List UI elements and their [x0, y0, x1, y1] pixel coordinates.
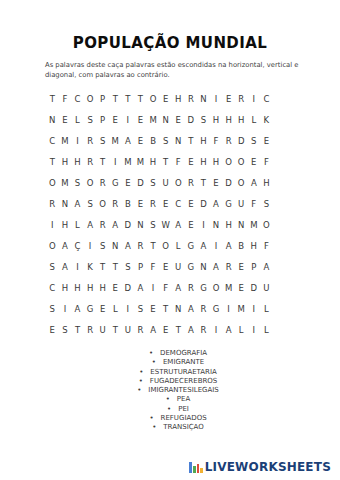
word-label: IMIGRANTESILEGAIS: [148, 386, 218, 394]
grid-cell[interactable]: I: [122, 298, 135, 319]
grid-cell[interactable]: D: [235, 130, 248, 151]
grid-cell[interactable]: A: [122, 130, 135, 151]
grid-cell[interactable]: D: [122, 277, 135, 298]
grid-cell[interactable]: T: [172, 319, 185, 340]
grid-cell[interactable]: R: [197, 298, 210, 319]
grid-cell[interactable]: R: [84, 130, 97, 151]
grid-cell[interactable]: I: [84, 235, 97, 256]
grid-cell[interactable]: A: [210, 193, 223, 214]
grid-cell[interactable]: E: [147, 298, 160, 319]
word-label: TRANSIÇAO: [163, 423, 203, 431]
word-search-grid: TFCOPTTTOEHRNIERICNELSPEIEMNEDSHHHLKCMIR…: [46, 88, 273, 340]
grid-cell[interactable]: T: [134, 88, 147, 109]
grid-cell[interactable]: L: [248, 109, 261, 130]
grid-cell[interactable]: R: [109, 193, 122, 214]
grid-cell[interactable]: S: [134, 298, 147, 319]
grid-cell[interactable]: M: [235, 298, 248, 319]
grid-cell[interactable]: A: [134, 277, 147, 298]
word-label: PEI: [178, 405, 189, 413]
grid-cell[interactable]: I: [109, 151, 122, 172]
brand-name: LIVEWORKSHEETS: [205, 460, 331, 474]
grid-cell[interactable]: T: [159, 151, 172, 172]
grid-cell[interactable]: E: [248, 151, 261, 172]
bullet-icon: •: [137, 386, 141, 395]
grid-cell[interactable]: N: [172, 130, 185, 151]
grid-cell[interactable]: H: [59, 214, 72, 235]
bullet-icon: •: [166, 395, 170, 404]
grid-cell[interactable]: E: [159, 193, 172, 214]
bullet-icon: •: [149, 349, 153, 358]
grid-cell[interactable]: H: [197, 130, 210, 151]
grid-cell[interactable]: S: [59, 319, 72, 340]
grid-cell[interactable]: A: [222, 319, 235, 340]
grid-cell[interactable]: F: [210, 130, 223, 151]
word-label: EMIGRANTE: [163, 358, 204, 366]
grid-cell[interactable]: P: [134, 256, 147, 277]
grid-cell[interactable]: I: [222, 298, 235, 319]
grid-cell[interactable]: O: [96, 193, 109, 214]
grid-cell[interactable]: I: [122, 109, 135, 130]
grid-cell[interactable]: R: [134, 319, 147, 340]
grid-cell[interactable]: A: [172, 214, 185, 235]
grid-cell[interactable]: L: [71, 109, 84, 130]
grid-cell[interactable]: H: [210, 151, 223, 172]
word-label: FUGADECEREBROS: [150, 377, 217, 385]
grid-cell[interactable]: R: [235, 88, 248, 109]
grid-cell[interactable]: S: [96, 235, 109, 256]
grid-cell[interactable]: I: [248, 319, 261, 340]
grid-cell[interactable]: E: [185, 151, 198, 172]
grid-cell[interactable]: S: [84, 193, 97, 214]
grid-cell[interactable]: A: [248, 172, 261, 193]
grid-cell[interactable]: C: [260, 88, 273, 109]
bullet-icon: •: [139, 377, 143, 386]
grid-cell[interactable]: E: [134, 193, 147, 214]
grid-cell[interactable]: E: [159, 319, 172, 340]
grid-cell[interactable]: H: [248, 235, 261, 256]
grid-cell[interactable]: D: [122, 214, 135, 235]
grid-cell[interactable]: T: [185, 130, 198, 151]
grid-cell[interactable]: S: [46, 256, 59, 277]
grid-cell[interactable]: R: [185, 277, 198, 298]
grid-cell[interactable]: P: [96, 109, 109, 130]
grid-cell[interactable]: E: [122, 172, 135, 193]
grid-cell[interactable]: T: [109, 256, 122, 277]
word-label: REFUGIADOS: [161, 414, 207, 422]
grid-cell[interactable]: C: [46, 130, 59, 151]
grid-cell[interactable]: L: [109, 298, 122, 319]
grid-cell[interactable]: K: [84, 256, 97, 277]
grid-cell[interactable]: M: [59, 130, 72, 151]
grid-cell[interactable]: G: [197, 277, 210, 298]
grid-cell[interactable]: A: [59, 235, 72, 256]
grid-cell[interactable]: T: [46, 151, 59, 172]
grid-cell[interactable]: A: [109, 214, 122, 235]
worksheet-page: POPULAÇÃO MUNDIAL As palavras deste caça…: [0, 0, 340, 480]
grid-cell[interactable]: H: [71, 151, 84, 172]
grid-cell[interactable]: O: [84, 88, 97, 109]
grid-cell[interactable]: N: [109, 235, 122, 256]
grid-cell[interactable]: T: [122, 88, 135, 109]
grid-cell[interactable]: E: [172, 109, 185, 130]
grid-cell[interactable]: G: [222, 193, 235, 214]
grid-cell[interactable]: T: [96, 151, 109, 172]
grid-cell[interactable]: G: [185, 256, 198, 277]
word-list-item: •IMIGRANTESILEGAIS: [8, 386, 340, 395]
grid-cell[interactable]: S: [71, 172, 84, 193]
grid-cell[interactable]: H: [197, 151, 210, 172]
grid-cell[interactable]: W: [159, 214, 172, 235]
grid-cell[interactable]: F: [260, 235, 273, 256]
word-label: ESTRUTURAETARIA: [150, 368, 217, 376]
brand-link[interactable]: LIVEWORKSHEETS: [189, 460, 331, 474]
instructions-text: As palavras deste caça palavras estão es…: [45, 61, 323, 80]
grid-cell[interactable]: N: [59, 193, 72, 214]
grid-cell[interactable]: A: [185, 319, 198, 340]
grid-cell[interactable]: A: [197, 235, 210, 256]
grid-cell[interactable]: I: [210, 319, 223, 340]
grid-cell[interactable]: U: [235, 193, 248, 214]
grid-cell[interactable]: M: [222, 277, 235, 298]
grid-cell[interactable]: A: [222, 235, 235, 256]
word-label: DEMOGRAFIA: [160, 349, 207, 357]
grid-cell[interactable]: O: [222, 151, 235, 172]
grid-cell[interactable]: I: [46, 214, 59, 235]
grid-cell[interactable]: O: [235, 172, 248, 193]
grid-cell[interactable]: B: [147, 130, 160, 151]
grid-cell[interactable]: E: [185, 193, 198, 214]
grid-cell[interactable]: N: [210, 214, 223, 235]
word-list-item: •DEMOGRAFIA: [8, 349, 340, 358]
grid-cell[interactable]: R: [96, 214, 109, 235]
grid-cell[interactable]: F: [172, 151, 185, 172]
grid-cell[interactable]: E: [222, 88, 235, 109]
grid-cell[interactable]: H: [96, 277, 109, 298]
grid-cell[interactable]: N: [197, 88, 210, 109]
grid-cell[interactable]: G: [109, 172, 122, 193]
grid-cell[interactable]: U: [172, 256, 185, 277]
grid-cell[interactable]: S: [248, 130, 261, 151]
grid-cell[interactable]: D: [134, 172, 147, 193]
grid-cell[interactable]: S: [46, 298, 59, 319]
grid-cell[interactable]: I: [71, 256, 84, 277]
grid-cell[interactable]: B: [122, 193, 135, 214]
bullet-icon: •: [139, 368, 143, 377]
grid-cell[interactable]: E: [185, 214, 198, 235]
grid-cell[interactable]: F: [260, 151, 273, 172]
grid-cell[interactable]: T: [46, 88, 59, 109]
grid-cell[interactable]: I: [71, 130, 84, 151]
grid-cell[interactable]: A: [210, 256, 223, 277]
word-list-item: •ESTRUTURAETARIA: [8, 368, 340, 377]
grid-cell[interactable]: Ç: [71, 235, 84, 256]
grid-cell[interactable]: E: [109, 277, 122, 298]
grid-cell[interactable]: E: [260, 130, 273, 151]
grid-cell[interactable]: T: [159, 298, 172, 319]
grid-cell[interactable]: N: [134, 214, 147, 235]
grid-cell[interactable]: G: [84, 298, 97, 319]
grid-cell[interactable]: M: [147, 109, 160, 130]
grid-cell[interactable]: P: [96, 88, 109, 109]
logo-bar: [189, 462, 192, 473]
grid-cell[interactable]: A: [84, 214, 97, 235]
grid-cell[interactable]: E: [235, 277, 248, 298]
grid-cell[interactable]: R: [222, 130, 235, 151]
grid-cell[interactable]: M: [59, 172, 72, 193]
grid-cell[interactable]: E: [59, 109, 72, 130]
grid-cell[interactable]: H: [222, 109, 235, 130]
grid-cell[interactable]: A: [260, 256, 273, 277]
grid-cell[interactable]: M: [109, 130, 122, 151]
grid-cell[interactable]: R: [197, 319, 210, 340]
bullet-icon: •: [152, 358, 156, 367]
word-label: PEA: [177, 395, 190, 403]
grid-cell[interactable]: U: [159, 172, 172, 193]
grid-cell[interactable]: D: [248, 277, 261, 298]
grid-cell[interactable]: C: [71, 88, 84, 109]
grid-cell[interactable]: I: [210, 88, 223, 109]
word-list-item: •PEI: [8, 405, 340, 414]
grid-cell[interactable]: R: [222, 256, 235, 277]
grid-cell[interactable]: O: [159, 235, 172, 256]
grid-cell[interactable]: H: [59, 277, 72, 298]
grid-cell[interactable]: E: [109, 109, 122, 130]
grid-cell[interactable]: R: [134, 235, 147, 256]
grid-cell[interactable]: I: [147, 277, 160, 298]
word-list-item: •REFUGIADOS: [8, 414, 340, 423]
grid-cell[interactable]: T: [96, 256, 109, 277]
bullet-icon: •: [167, 405, 171, 414]
word-list: •DEMOGRAFIA•EMIGRANTE•ESTRUTURAETARIA•FU…: [8, 349, 340, 433]
grid-cell[interactable]: E: [210, 172, 223, 193]
grid-cell[interactable]: C: [46, 277, 59, 298]
grid-cell[interactable]: S: [122, 256, 135, 277]
grid-cell[interactable]: N: [159, 109, 172, 130]
grid-cell[interactable]: S: [197, 109, 210, 130]
grid-cell[interactable]: N: [46, 109, 59, 130]
grid-cell[interactable]: E: [159, 256, 172, 277]
grid-cell[interactable]: D: [197, 193, 210, 214]
grid-cell[interactable]: N: [197, 256, 210, 277]
logo-bar: [193, 466, 196, 473]
grid-cell[interactable]: I: [248, 88, 261, 109]
grid-cell[interactable]: F: [147, 256, 160, 277]
grid-cell[interactable]: H: [147, 151, 160, 172]
grid-cell[interactable]: H: [260, 172, 273, 193]
grid-cell[interactable]: A: [71, 193, 84, 214]
grid-cell[interactable]: T: [109, 88, 122, 109]
grid-cell[interactable]: R: [147, 193, 160, 214]
grid-cell[interactable]: H: [84, 277, 97, 298]
grid-cell[interactable]: D: [185, 109, 198, 130]
grid-cell[interactable]: H: [210, 109, 223, 130]
grid-cell[interactable]: A: [172, 277, 185, 298]
grid-cell[interactable]: O: [172, 172, 185, 193]
grid-cell[interactable]: K: [260, 109, 273, 130]
grid-cell[interactable]: R: [84, 319, 97, 340]
grid-cell[interactable]: I: [210, 235, 223, 256]
grid-cell[interactable]: H: [172, 88, 185, 109]
grid-cell[interactable]: R: [185, 172, 198, 193]
bullet-icon: •: [152, 423, 156, 432]
grid-cell[interactable]: E: [134, 109, 147, 130]
grid-cell[interactable]: A: [71, 298, 84, 319]
grid-cell[interactable]: A: [122, 235, 135, 256]
logo-bar: [200, 468, 203, 473]
grid-cell[interactable]: H: [71, 277, 84, 298]
logo-bar: [197, 464, 200, 473]
grid-cell[interactable]: H: [59, 151, 72, 172]
grid-cell[interactable]: D: [222, 172, 235, 193]
grid-cell[interactable]: A: [59, 256, 72, 277]
grid-cell[interactable]: C: [172, 193, 185, 214]
grid-cell[interactable]: M: [248, 214, 261, 235]
grid-cell[interactable]: S: [260, 193, 273, 214]
grid-cell[interactable]: O: [147, 88, 160, 109]
grid-cell[interactable]: F: [248, 193, 261, 214]
grid-cell[interactable]: H: [222, 214, 235, 235]
grid-cell[interactable]: O: [46, 172, 59, 193]
grid-cell[interactable]: B: [235, 235, 248, 256]
word-list-item: •PEA: [8, 395, 340, 404]
grid-cell[interactable]: F: [159, 277, 172, 298]
grid-cell[interactable]: P: [248, 256, 261, 277]
grid-cell[interactable]: N: [172, 298, 185, 319]
grid-cell[interactable]: G: [210, 298, 223, 319]
grid-cell[interactable]: T: [109, 319, 122, 340]
grid-cell[interactable]: H: [235, 109, 248, 130]
grid-cell[interactable]: I: [59, 298, 72, 319]
grid-cell[interactable]: R: [84, 151, 97, 172]
grid-cell[interactable]: R: [96, 172, 109, 193]
grid-cell[interactable]: T: [71, 319, 84, 340]
grid-cell[interactable]: S: [96, 130, 109, 151]
grid-cell[interactable]: M: [134, 151, 147, 172]
grid-cell[interactable]: I: [248, 298, 261, 319]
grid-cell[interactable]: L: [260, 298, 273, 319]
grid-cell[interactable]: U: [122, 319, 135, 340]
word-list-item: •EMIGRANTE: [8, 358, 340, 367]
grid-cell[interactable]: O: [235, 151, 248, 172]
grid-cell[interactable]: L: [260, 319, 273, 340]
grid-cell[interactable]: M: [122, 151, 135, 172]
grid-cell[interactable]: L: [71, 214, 84, 235]
bullet-icon: •: [149, 414, 153, 423]
grid-cell[interactable]: S: [159, 130, 172, 151]
grid-cell[interactable]: E: [159, 88, 172, 109]
grid-cell[interactable]: R: [185, 88, 198, 109]
grid-cell[interactable]: N: [235, 214, 248, 235]
grid-cell[interactable]: F: [59, 88, 72, 109]
grid-cell[interactable]: T: [147, 235, 160, 256]
grid-cell[interactable]: E: [235, 256, 248, 277]
grid-cell[interactable]: O: [84, 172, 97, 193]
liveworksheets-logo-icon: [189, 462, 202, 473]
grid-cell[interactable]: T: [197, 172, 210, 193]
page-title: POPULAÇÃO MUNDIAL: [0, 34, 340, 52]
grid-cell[interactable]: I: [197, 214, 210, 235]
grid-cell[interactable]: G: [185, 235, 198, 256]
grid-cell[interactable]: U: [260, 277, 273, 298]
grid-cell[interactable]: O: [260, 214, 273, 235]
grid-cell[interactable]: S: [147, 214, 160, 235]
grid-cell[interactable]: O: [210, 277, 223, 298]
word-list-item: •FUGADECEREBROS: [8, 377, 340, 386]
grid-cell[interactable]: S: [84, 109, 97, 130]
grid-cell[interactable]: A: [147, 319, 160, 340]
grid-cell[interactable]: E: [96, 298, 109, 319]
word-list-item: •TRANSIÇAO: [8, 423, 340, 432]
grid-cell[interactable]: L: [172, 235, 185, 256]
grid-cell[interactable]: O: [46, 235, 59, 256]
grid-cell[interactable]: S: [147, 172, 160, 193]
grid-cell[interactable]: L: [235, 319, 248, 340]
grid-cell[interactable]: R: [46, 193, 59, 214]
grid-cell[interactable]: E: [134, 130, 147, 151]
grid-cell[interactable]: U: [96, 319, 109, 340]
grid-cell[interactable]: E: [46, 319, 59, 340]
grid-cell[interactable]: A: [185, 298, 198, 319]
